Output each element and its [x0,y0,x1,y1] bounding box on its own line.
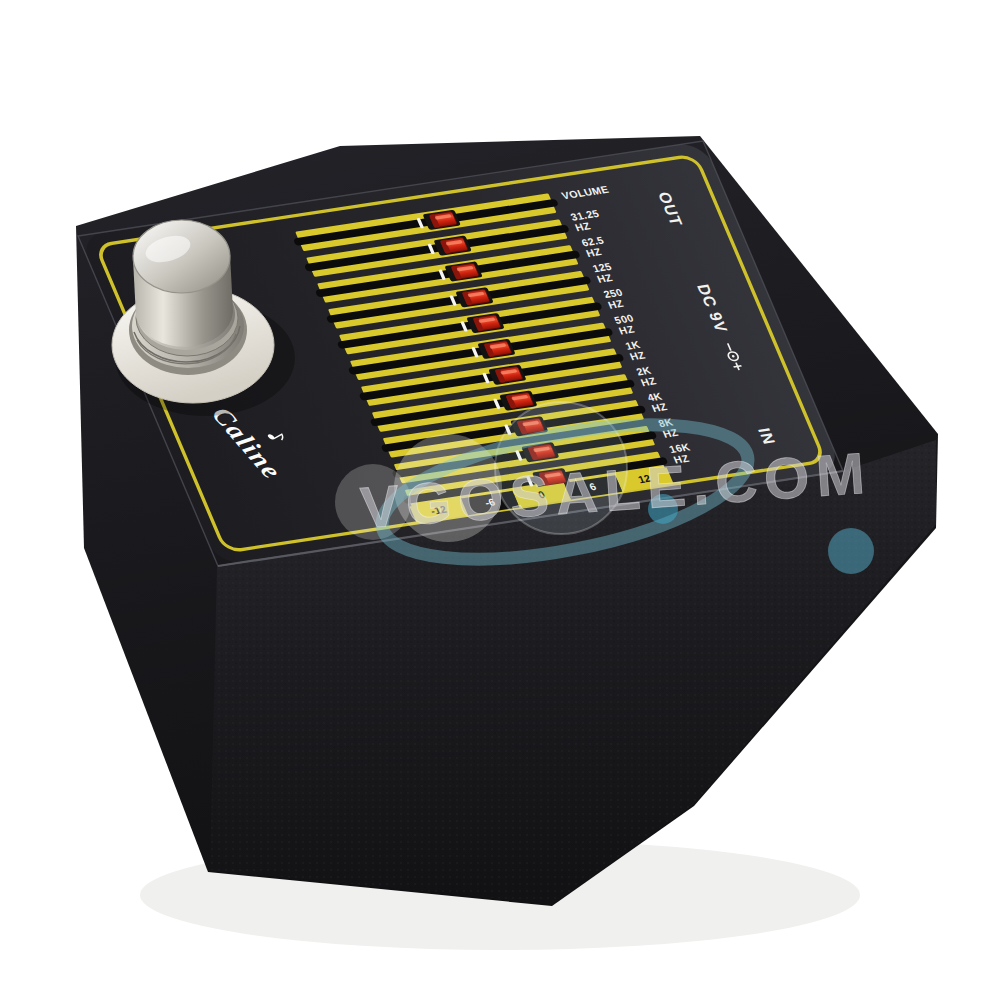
pedal-photo-svg: OUT DC 9V IN VOLUME 31.25HZ 62.5HZ 125HZ… [0,0,1000,1000]
product-photo: OUT DC 9V IN VOLUME 31.25HZ 62.5HZ 125HZ… [0,0,1000,1000]
watermark-dot [828,528,874,574]
